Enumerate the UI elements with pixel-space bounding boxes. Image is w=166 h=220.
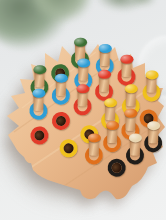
red-ring[interactable] — [27, 123, 52, 148]
black-ring[interactable] — [104, 156, 129, 181]
empty-hole[interactable] — [54, 114, 68, 128]
blue-peg-top — [54, 74, 67, 83]
empty-hole[interactable] — [109, 161, 123, 175]
orange-peg-top — [87, 133, 100, 142]
red-peg-top — [76, 84, 89, 93]
green-peg-top — [74, 38, 87, 47]
red-peg-top — [98, 70, 111, 79]
blue-peg-top — [32, 89, 45, 98]
yellow-ring[interactable] — [56, 136, 81, 161]
red-peg-top — [120, 55, 133, 64]
orange-peg-top — [105, 121, 118, 130]
photo-scene — [0, 0, 166, 220]
empty-hole[interactable] — [32, 129, 46, 143]
red-ring[interactable] — [48, 109, 73, 134]
green-peg-top — [33, 65, 46, 74]
orange-peg-top — [123, 109, 136, 118]
empty-hole[interactable] — [61, 142, 75, 156]
blue-peg-top — [99, 44, 112, 53]
